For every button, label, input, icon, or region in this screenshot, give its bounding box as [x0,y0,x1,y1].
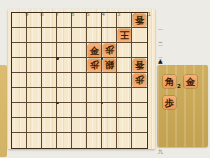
board-square-9-5 [12,73,27,88]
board-square-8-4 [27,58,42,73]
board-square-5-8 [72,118,87,133]
board-square-8-6 [27,88,42,103]
board-square-7-6 [42,88,57,103]
board-square-3-7 [102,103,117,118]
board-square-6-9 [57,133,72,148]
board-square-2-3 [117,43,132,58]
rank-label-2: 二 [158,36,164,51]
board-square-3-9 [102,133,117,148]
board-square-5-2 [72,28,87,43]
board-square-1-6 [132,88,147,103]
piece-sente-4三[interactable]: 金 [88,44,101,57]
board-square-9-3 [12,43,27,58]
gote-stand-edge [0,65,7,157]
board-square-7-5 [42,73,57,88]
board-square-6-4 [57,58,72,73]
board-square-2-5 [117,73,132,88]
board-square-6-1 [57,13,72,28]
board-square-7-1 [42,13,57,28]
board-square-5-4 [72,58,87,73]
hand-piece-金[interactable]: 金 [184,75,197,88]
sente-marker: ▲ [158,57,163,65]
board-square-9-9 [12,133,27,148]
sente-hand-stand: 角2金歩 [157,65,208,147]
board-square-5-1 [72,13,87,28]
board-square-9-7 [12,103,27,118]
board-square-8-2 [27,28,42,43]
piece-gote-1五[interactable]: 歩 [133,74,146,87]
board-square-8-9 [27,133,42,148]
board-square-9-6 [12,88,27,103]
board-square-1-3 [132,43,147,58]
hand-count-角: 2 [177,83,181,89]
star-point [101,102,104,105]
piece-gote-1四[interactable]: 香 [133,59,146,72]
hand-piece-角[interactable]: 角 [163,75,176,88]
board-square-8-1 [27,13,42,28]
board-square-5-9 [72,133,87,148]
shogi-board: 987654321 香王金歩歩銀香歩 一二三四五六七八九 [8,9,155,149]
board-square-7-2 [42,28,57,43]
board-square-9-8 [12,118,27,133]
board-square-6-7 [57,103,72,118]
board-square-2-1 [117,13,132,28]
board-square-3-8 [102,118,117,133]
board-square-5-7 [72,103,87,118]
board-square-2-8 [117,118,132,133]
piece-gote-4四[interactable]: 歩 [88,59,101,72]
board-square-7-9 [42,133,57,148]
board-square-4-7 [87,103,102,118]
board-square-8-8 [27,118,42,133]
board-square-6-2 [57,28,72,43]
tsume-shogi-widget[interactable]: 987654321 香王金歩歩銀香歩 一二三四五六七八九 ▲ 角2金歩 [0,0,210,158]
board-square-9-4 [12,58,27,73]
board-square-1-7 [132,103,147,118]
board-square-9-1 [12,13,27,28]
board-square-7-4 [42,58,57,73]
hand-piece-歩[interactable]: 歩 [163,96,176,109]
board-square-8-7 [27,103,42,118]
board-square-6-3 [57,43,72,58]
star-point [56,57,59,60]
board-square-3-2 [102,28,117,43]
board-square-6-8 [57,118,72,133]
board-square-2-7 [117,103,132,118]
board-square-5-6 [72,88,87,103]
board-square-5-5 [72,73,87,88]
board-square-3-5 [102,73,117,88]
board-square-4-5 [87,73,102,88]
board-square-2-9 [117,133,132,148]
board-square-2-4 [117,58,132,73]
board-square-7-7 [42,103,57,118]
board-square-7-8 [42,118,57,133]
board-square-1-8 [132,118,147,133]
board-square-3-1 [102,13,117,28]
board-square-5-3 [72,43,87,58]
rank-label-1: 一 [158,21,164,36]
board-square-1-2 [132,28,147,43]
board-square-8-5 [27,73,42,88]
piece-gote-2二[interactable]: 王 [118,29,131,42]
board-square-2-6 [117,88,132,103]
board-square-8-3 [27,43,42,58]
board-grid: 香王金歩歩銀香歩 [11,12,148,149]
board-square-6-6 [57,88,72,103]
board-square-1-9 [132,133,147,148]
board-square-9-2 [12,28,27,43]
board-square-3-6 [102,88,117,103]
piece-gote-3四[interactable]: 銀 [103,59,116,72]
piece-gote-3三[interactable]: 歩 [103,44,116,57]
board-square-4-8 [87,118,102,133]
piece-gote-1一[interactable]: 香 [133,14,146,27]
board-square-6-5 [57,73,72,88]
board-square-7-3 [42,43,57,58]
star-point [56,102,59,105]
board-square-4-6 [87,88,102,103]
board-square-4-2 [87,28,102,43]
board-square-4-1 [87,13,102,28]
board-square-4-9 [87,133,102,148]
